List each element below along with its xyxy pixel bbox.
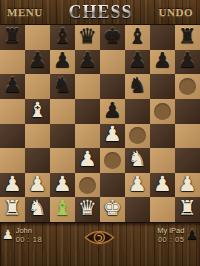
square-h8[interactable]: ♜ [175, 25, 200, 50]
move-hint-dot-g5[interactable] [154, 103, 171, 120]
square-e4[interactable]: ♟ [100, 124, 125, 149]
square-a2[interactable]: ♟ [0, 173, 25, 198]
square-f6[interactable]: ♞ [125, 74, 150, 99]
black-player-panel: My iPad 00 : 05 ♟ [157, 227, 198, 244]
square-d4[interactable] [75, 124, 100, 149]
square-a6[interactable]: ♟ [0, 74, 25, 99]
square-a1[interactable]: ♜ [0, 197, 25, 222]
piece-white-king-e1: ♚ [103, 198, 122, 219]
square-e2[interactable] [100, 173, 125, 198]
piece-white-knight-f3: ♞ [128, 149, 147, 170]
app-title: CHESS [69, 2, 133, 23]
black-player-clock: 00 : 05 [158, 236, 184, 245]
square-g7[interactable]: ♟ [150, 50, 175, 75]
square-c2[interactable]: ♟ [50, 173, 75, 198]
square-e8[interactable]: ♚ [100, 25, 125, 50]
square-b8[interactable] [25, 25, 50, 50]
piece-white-pawn-h2: ♟ [178, 174, 197, 195]
piece-black-pawn-f7: ♟ [128, 50, 147, 71]
piece-white-pawn-b2: ♟ [28, 174, 47, 195]
piece-white-knight-b1: ♞ [28, 198, 47, 219]
square-d1[interactable]: ♛ [75, 197, 100, 222]
square-a7[interactable] [0, 50, 25, 75]
square-e7[interactable] [100, 50, 125, 75]
square-d8[interactable]: ♛ [75, 25, 100, 50]
square-b6[interactable] [25, 74, 50, 99]
piece-black-queen-d8: ♛ [78, 26, 97, 47]
piece-black-bishop-f8: ♝ [128, 26, 147, 47]
status-bar: ♟ John 00 : 18 My iPad 00 : 05 ♟ [0, 222, 200, 266]
white-player-panel: ♟ John 00 : 18 [2, 227, 42, 244]
square-b2[interactable]: ♟ [25, 173, 50, 198]
piece-white-pawn-a2: ♟ [3, 174, 22, 195]
square-h7[interactable]: ♟ [175, 50, 200, 75]
piece-white-pawn-d3: ♟ [78, 149, 97, 170]
square-c7[interactable]: ♟ [50, 50, 75, 75]
square-g3[interactable] [150, 148, 175, 173]
square-b5[interactable]: ♝ [25, 99, 50, 124]
square-c5[interactable] [50, 99, 75, 124]
eye-icon[interactable] [83, 228, 115, 247]
piece-white-bishop-b5: ♝ [28, 100, 47, 121]
square-c8[interactable]: ♝ [50, 25, 75, 50]
square-d5[interactable] [75, 99, 100, 124]
piece-white-pawn-f2: ♟ [128, 174, 147, 195]
square-f1[interactable] [125, 197, 150, 222]
chess-app-screen: MENU CHESS UNDO ♜♝♛♚♝♜♟♟♟♟♟♟♟♞♞♝♟♟♟♞♟♟♟♟… [0, 0, 200, 266]
piece-white-rook-a1: ♜ [3, 198, 22, 219]
piece-white-bishop-c1: ♝ [53, 198, 72, 219]
square-f2[interactable]: ♟ [125, 173, 150, 198]
piece-white-pawn-c2: ♟ [53, 174, 72, 195]
square-a4[interactable] [0, 124, 25, 149]
square-h3[interactable] [175, 148, 200, 173]
piece-black-king-e8: ♚ [103, 26, 122, 47]
square-h2[interactable]: ♟ [175, 173, 200, 198]
square-f4[interactable] [125, 124, 150, 149]
move-hint-dot-h6[interactable] [179, 78, 196, 95]
square-g2[interactable]: ♟ [150, 173, 175, 198]
top-bar: MENU CHESS UNDO [0, 0, 200, 25]
square-e1[interactable]: ♚ [100, 197, 125, 222]
square-g5[interactable] [150, 99, 175, 124]
piece-black-bishop-c8: ♝ [53, 26, 72, 47]
white-pawn-icon: ♟ [2, 227, 14, 243]
square-f3[interactable]: ♞ [125, 148, 150, 173]
menu-button[interactable]: MENU [4, 4, 46, 20]
square-c1[interactable]: ♝ [50, 197, 75, 222]
square-f8[interactable]: ♝ [125, 25, 150, 50]
undo-button[interactable]: UNDO [156, 4, 196, 20]
chess-board: ♜♝♛♚♝♜♟♟♟♟♟♟♟♞♞♝♟♟♟♞♟♟♟♟♟♟♜♞♝♛♚♜ [0, 25, 200, 222]
piece-black-pawn-a6: ♟ [3, 75, 22, 96]
move-hint-dot-e3[interactable] [104, 152, 121, 169]
square-b1[interactable]: ♞ [25, 197, 50, 222]
piece-white-pawn-e4: ♟ [103, 124, 122, 145]
square-d2[interactable] [75, 173, 100, 198]
piece-white-queen-d1: ♛ [78, 198, 97, 219]
piece-black-rook-a8: ♜ [3, 26, 22, 47]
square-h5[interactable] [175, 99, 200, 124]
black-pawn-icon: ♟ [186, 227, 198, 243]
piece-black-pawn-d7: ♟ [78, 50, 97, 71]
move-hint-dot-d2[interactable] [79, 177, 96, 194]
square-h1[interactable]: ♜ [175, 197, 200, 222]
piece-black-knight-c6: ♞ [53, 75, 72, 96]
square-g4[interactable] [150, 124, 175, 149]
square-d3[interactable]: ♟ [75, 148, 100, 173]
square-d6[interactable] [75, 74, 100, 99]
square-f5[interactable] [125, 99, 150, 124]
piece-white-pawn-g2: ♟ [153, 174, 172, 195]
square-e5[interactable]: ♟ [100, 99, 125, 124]
square-h4[interactable] [175, 124, 200, 149]
piece-black-pawn-g7: ♟ [153, 50, 172, 71]
square-e3[interactable] [100, 148, 125, 173]
square-a8[interactable]: ♜ [0, 25, 25, 50]
square-b3[interactable] [25, 148, 50, 173]
square-c6[interactable]: ♞ [50, 74, 75, 99]
piece-black-pawn-c7: ♟ [53, 50, 72, 71]
square-f7[interactable]: ♟ [125, 50, 150, 75]
square-g1[interactable] [150, 197, 175, 222]
piece-black-rook-h8: ♜ [178, 26, 197, 47]
square-b4[interactable] [25, 124, 50, 149]
piece-black-knight-f6: ♞ [128, 75, 147, 96]
square-h6[interactable] [175, 74, 200, 99]
square-e6[interactable] [100, 74, 125, 99]
piece-white-rook-h1: ♜ [178, 198, 197, 219]
square-c4[interactable] [50, 124, 75, 149]
square-c3[interactable] [50, 148, 75, 173]
square-a5[interactable] [0, 99, 25, 124]
piece-black-pawn-h7: ♟ [178, 50, 197, 71]
white-player-clock: 00 : 18 [16, 236, 42, 245]
square-a3[interactable] [0, 148, 25, 173]
square-d7[interactable]: ♟ [75, 50, 100, 75]
square-g8[interactable] [150, 25, 175, 50]
piece-black-pawn-e5: ♟ [103, 100, 122, 121]
piece-black-pawn-b7: ♟ [28, 50, 47, 71]
move-hint-dot-f4[interactable] [129, 127, 146, 144]
square-b7[interactable]: ♟ [25, 50, 50, 75]
square-g6[interactable] [150, 74, 175, 99]
